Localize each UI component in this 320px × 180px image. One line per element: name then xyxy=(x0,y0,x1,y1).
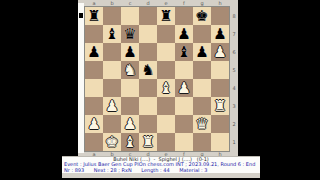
square-g5 xyxy=(193,61,211,79)
square-d6 xyxy=(139,43,157,61)
square-e4: ♝ xyxy=(157,79,175,97)
white-king: ♚ xyxy=(105,133,118,151)
black-pawn: ♟ xyxy=(177,25,190,43)
square-c8 xyxy=(121,7,139,25)
black-king: ♚ xyxy=(195,7,208,25)
file-label-d: d xyxy=(139,0,157,6)
square-e5 xyxy=(157,61,175,79)
black-pawn: ♟ xyxy=(195,43,208,61)
square-a8: ♜ xyxy=(85,7,103,25)
square-c4 xyxy=(121,79,139,97)
square-f6: ♝ xyxy=(175,43,193,61)
rank-label-8: 8 xyxy=(230,7,238,25)
square-b3: ♟ xyxy=(103,97,121,115)
square-b8 xyxy=(103,7,121,25)
square-g7 xyxy=(193,25,211,43)
square-a2: ♟ xyxy=(85,115,103,133)
black-rook: ♜ xyxy=(87,7,100,25)
square-a5 xyxy=(85,61,103,79)
file-label-a: a xyxy=(85,0,103,6)
square-f4: ♟ xyxy=(175,79,193,97)
white-bishop: ♝ xyxy=(159,79,172,97)
black-rook: ♜ xyxy=(159,7,172,25)
square-b6 xyxy=(103,43,121,61)
square-c7: ♛ xyxy=(121,25,139,43)
rank-labels-right: 87654321 xyxy=(230,7,238,151)
square-a4 xyxy=(85,79,103,97)
square-f7: ♟ xyxy=(175,25,193,43)
white-rook: ♜ xyxy=(213,97,226,115)
rank-label-2: 2 xyxy=(230,115,238,133)
black-queen: ♛ xyxy=(123,25,136,43)
file-label-f: f xyxy=(175,0,193,6)
square-c6: ♟ xyxy=(121,43,139,61)
square-g8: ♚ xyxy=(193,7,211,25)
info-panel: Buhel Niki (....) - Spighel J (....) (0-… xyxy=(62,156,260,174)
square-c2: ♟ xyxy=(121,115,139,133)
black-bishop: ♝ xyxy=(177,43,190,61)
square-h7: ♟ xyxy=(211,25,229,43)
white-pawn: ♟ xyxy=(123,115,136,133)
chess-board: ♜♜♚♝♛♟♟♟♟♝♟♟♞♞♝♟♟♜♟♟♛♚♝♜ xyxy=(85,7,229,151)
white-queen: ♛ xyxy=(195,115,208,133)
square-c5: ♞ xyxy=(121,61,139,79)
square-d8 xyxy=(139,7,157,25)
square-d3 xyxy=(139,97,157,115)
square-h1 xyxy=(211,133,229,151)
file-label-h: h xyxy=(211,0,229,6)
white-knight: ♞ xyxy=(123,61,136,79)
white-pawn: ♟ xyxy=(87,115,100,133)
white-pawn: ♟ xyxy=(213,43,226,61)
square-d2 xyxy=(139,115,157,133)
black-to-move-indicator xyxy=(79,13,83,18)
white-pawn: ♟ xyxy=(177,79,190,97)
square-a3 xyxy=(85,97,103,115)
square-c1: ♝ xyxy=(121,133,139,151)
square-h4 xyxy=(211,79,229,97)
square-h2 xyxy=(211,115,229,133)
square-e1 xyxy=(157,133,175,151)
white-pawn: ♟ xyxy=(105,97,118,115)
square-g4 xyxy=(193,79,211,97)
square-f8 xyxy=(175,7,193,25)
square-g2: ♛ xyxy=(193,115,211,133)
square-a1 xyxy=(85,133,103,151)
square-g6: ♟ xyxy=(193,43,211,61)
square-d1: ♜ xyxy=(139,133,157,151)
square-f3 xyxy=(175,97,193,115)
square-g3 xyxy=(193,97,211,115)
black-bishop: ♝ xyxy=(105,25,118,43)
square-b1: ♚ xyxy=(103,133,121,151)
square-a7 xyxy=(85,25,103,43)
square-h3: ♜ xyxy=(211,97,229,115)
square-e6 xyxy=(157,43,175,61)
square-d7 xyxy=(139,25,157,43)
black-pawn: ♟ xyxy=(123,43,136,61)
file-label-b: b xyxy=(103,0,121,6)
info-footer-strip xyxy=(62,173,260,178)
square-b4 xyxy=(103,79,121,97)
black-pawn: ♟ xyxy=(87,43,100,61)
black-knight: ♞ xyxy=(141,61,154,79)
square-h6: ♟ xyxy=(211,43,229,61)
file-labels-top: abcdefgh xyxy=(85,0,229,6)
square-e2 xyxy=(157,115,175,133)
square-g1 xyxy=(193,133,211,151)
square-h5 xyxy=(211,61,229,79)
file-label-e: e xyxy=(157,0,175,6)
rank-label-3: 3 xyxy=(230,97,238,115)
square-h8 xyxy=(211,7,229,25)
white-bishop: ♝ xyxy=(123,133,136,151)
white-rook: ♜ xyxy=(141,133,154,151)
file-label-c: c xyxy=(121,0,139,6)
side-to-move-strip xyxy=(78,3,84,153)
square-b7: ♝ xyxy=(103,25,121,43)
board-panel: abcdefgh abcdefgh 87654321 ♜♜♚♝♛♟♟♟♟♝♟♟♞… xyxy=(78,0,238,156)
video-frame: abcdefgh abcdefgh 87654321 ♜♜♚♝♛♟♟♟♟♝♟♟♞… xyxy=(0,0,320,180)
square-e7 xyxy=(157,25,175,43)
square-e8: ♜ xyxy=(157,7,175,25)
rank-label-1: 1 xyxy=(230,133,238,151)
rank-label-4: 4 xyxy=(230,79,238,97)
square-f1 xyxy=(175,133,193,151)
square-c3 xyxy=(121,97,139,115)
square-f5 xyxy=(175,61,193,79)
square-b2 xyxy=(103,115,121,133)
file-label-g: g xyxy=(193,0,211,6)
square-a6: ♟ xyxy=(85,43,103,61)
square-b5 xyxy=(103,61,121,79)
black-pawn: ♟ xyxy=(213,25,226,43)
square-e3 xyxy=(157,97,175,115)
square-d4 xyxy=(139,79,157,97)
square-f2 xyxy=(175,115,193,133)
rank-label-5: 5 xyxy=(230,61,238,79)
rank-label-6: 6 xyxy=(230,43,238,61)
square-d5: ♞ xyxy=(139,61,157,79)
rank-label-7: 7 xyxy=(230,25,238,43)
